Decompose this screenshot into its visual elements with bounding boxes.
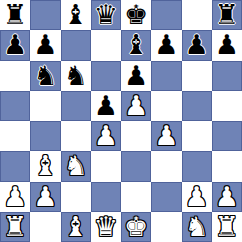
square-g1[interactable]: ♞: [182, 212, 212, 242]
square-e3[interactable]: [121, 151, 151, 181]
piece-black-pawn[interactable]: ♟: [154, 30, 178, 60]
square-c3[interactable]: ♞: [61, 151, 91, 181]
square-d7[interactable]: [91, 30, 121, 60]
square-h4[interactable]: [212, 121, 242, 151]
piece-white-knight[interactable]: ♞: [64, 151, 88, 181]
square-c6[interactable]: ♞: [61, 61, 91, 91]
piece-black-bishop[interactable]: ♝: [64, 0, 88, 30]
square-e2[interactable]: [121, 182, 151, 212]
square-b1[interactable]: [30, 212, 60, 242]
square-d2[interactable]: [91, 182, 121, 212]
piece-white-bishop[interactable]: ♝: [64, 212, 88, 242]
piece-white-pawn[interactable]: ♟: [154, 121, 178, 151]
square-f6[interactable]: [151, 61, 181, 91]
square-d1[interactable]: ♛: [91, 212, 121, 242]
piece-black-bishop[interactable]: ♝: [124, 30, 148, 60]
piece-black-rook[interactable]: ♜: [215, 0, 239, 30]
piece-black-king[interactable]: ♚: [124, 0, 148, 30]
square-b4[interactable]: [30, 121, 60, 151]
square-d5[interactable]: ♟: [91, 91, 121, 121]
square-f4[interactable]: ♟: [151, 121, 181, 151]
square-c2[interactable]: [61, 182, 91, 212]
piece-black-rook[interactable]: ♜: [3, 0, 27, 30]
piece-white-bishop[interactable]: ♝: [33, 151, 57, 181]
square-b5[interactable]: [30, 91, 60, 121]
square-e7[interactable]: ♝: [121, 30, 151, 60]
piece-white-rook[interactable]: ♜: [215, 212, 239, 242]
piece-black-knight[interactable]: ♞: [33, 61, 57, 91]
square-f2[interactable]: [151, 182, 181, 212]
square-a1[interactable]: ♜: [0, 212, 30, 242]
piece-white-pawn[interactable]: ♟: [215, 182, 239, 212]
square-h3[interactable]: [212, 151, 242, 181]
piece-black-pawn[interactable]: ♟: [33, 30, 57, 60]
piece-white-pawn[interactable]: ♟: [3, 182, 27, 212]
piece-black-pawn[interactable]: ♟: [185, 30, 209, 60]
square-e1[interactable]: ♚: [121, 212, 151, 242]
square-h6[interactable]: [212, 61, 242, 91]
piece-white-rook[interactable]: ♜: [3, 212, 27, 242]
square-f1[interactable]: [151, 212, 181, 242]
square-h1[interactable]: ♜: [212, 212, 242, 242]
piece-black-pawn[interactable]: ♟: [124, 61, 148, 91]
square-d4[interactable]: ♟: [91, 121, 121, 151]
square-a6[interactable]: [0, 61, 30, 91]
square-b7[interactable]: ♟: [30, 30, 60, 60]
square-e5[interactable]: ♟: [121, 91, 151, 121]
piece-white-king[interactable]: ♚: [124, 212, 148, 242]
square-g8[interactable]: [182, 0, 212, 30]
square-b3[interactable]: ♝: [30, 151, 60, 181]
piece-black-pawn[interactable]: ♟: [3, 30, 27, 60]
piece-black-queen[interactable]: ♛: [94, 0, 118, 30]
square-d6[interactable]: [91, 61, 121, 91]
square-a4[interactable]: [0, 121, 30, 151]
square-b2[interactable]: ♟: [30, 182, 60, 212]
square-c8[interactable]: ♝: [61, 0, 91, 30]
square-b6[interactable]: ♞: [30, 61, 60, 91]
square-g5[interactable]: [182, 91, 212, 121]
square-a8[interactable]: ♜: [0, 0, 30, 30]
square-b8[interactable]: [30, 0, 60, 30]
piece-white-knight[interactable]: ♞: [185, 212, 209, 242]
square-g2[interactable]: ♟: [182, 182, 212, 212]
square-g4[interactable]: [182, 121, 212, 151]
piece-white-pawn[interactable]: ♟: [94, 121, 118, 151]
square-a3[interactable]: [0, 151, 30, 181]
piece-white-pawn[interactable]: ♟: [124, 91, 148, 121]
square-c5[interactable]: [61, 91, 91, 121]
square-h5[interactable]: [212, 91, 242, 121]
square-h7[interactable]: ♟: [212, 30, 242, 60]
square-c1[interactable]: ♝: [61, 212, 91, 242]
square-c7[interactable]: [61, 30, 91, 60]
square-e6[interactable]: ♟: [121, 61, 151, 91]
piece-white-queen[interactable]: ♛: [94, 212, 118, 242]
piece-white-pawn[interactable]: ♟: [33, 182, 57, 212]
square-a5[interactable]: [0, 91, 30, 121]
square-f7[interactable]: ♟: [151, 30, 181, 60]
square-g6[interactable]: [182, 61, 212, 91]
chess-board: ♜♝♛♚♜♟♟♝♟♟♟♞♞♟♟♟♟♟♝♞♟♟♟♟♜♝♛♚♞♜: [0, 0, 242, 242]
square-h8[interactable]: ♜: [212, 0, 242, 30]
square-c4[interactable]: [61, 121, 91, 151]
piece-black-pawn[interactable]: ♟: [215, 30, 239, 60]
square-g3[interactable]: [182, 151, 212, 181]
square-e4[interactable]: [121, 121, 151, 151]
piece-black-pawn[interactable]: ♟: [94, 91, 118, 121]
square-d8[interactable]: ♛: [91, 0, 121, 30]
square-a7[interactable]: ♟: [0, 30, 30, 60]
piece-white-pawn[interactable]: ♟: [185, 182, 209, 212]
square-h2[interactable]: ♟: [212, 182, 242, 212]
piece-black-knight[interactable]: ♞: [64, 61, 88, 91]
square-a2[interactable]: ♟: [0, 182, 30, 212]
square-d3[interactable]: [91, 151, 121, 181]
square-e8[interactable]: ♚: [121, 0, 151, 30]
square-f8[interactable]: [151, 0, 181, 30]
square-g7[interactable]: ♟: [182, 30, 212, 60]
square-f3[interactable]: [151, 151, 181, 181]
square-f5[interactable]: [151, 91, 181, 121]
